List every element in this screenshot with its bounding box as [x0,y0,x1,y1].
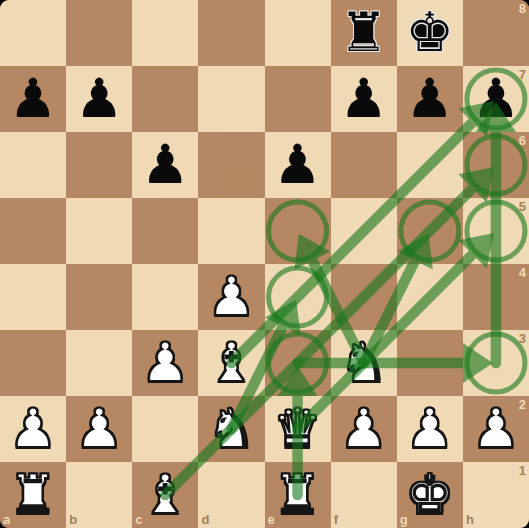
file-label-b: b [69,512,77,527]
white-pawn[interactable]: ♟ [66,396,132,462]
black-pawn[interactable]: ♟ [397,66,463,132]
square-d3[interactable]: ♝ [198,330,264,396]
white-bishop[interactable]: ♝ [132,462,198,528]
square-d2[interactable]: ♞ [198,396,264,462]
square-f4[interactable] [331,264,397,330]
square-g8[interactable]: ♚ [397,0,463,66]
white-pawn[interactable]: ♟ [0,396,66,462]
square-f8[interactable]: ♜ [331,0,397,66]
square-h3[interactable]: 3 [463,330,529,396]
square-g2[interactable]: ♟ [397,396,463,462]
square-a5[interactable] [0,198,66,264]
white-pawn[interactable]: ♟ [198,264,264,330]
square-c6[interactable]: ♟ [132,132,198,198]
square-e4[interactable] [265,264,331,330]
white-queen[interactable]: ♛ [265,396,331,462]
black-king[interactable]: ♚ [397,0,463,66]
square-b4[interactable] [66,264,132,330]
rank-label-3: 3 [519,331,526,346]
square-h7[interactable]: ♟7 [463,66,529,132]
square-d8[interactable] [198,0,264,66]
square-e8[interactable] [265,0,331,66]
black-rook[interactable]: ♜ [331,0,397,66]
square-a4[interactable] [0,264,66,330]
square-f6[interactable] [331,132,397,198]
white-rook[interactable]: ♜ [0,462,66,528]
square-g7[interactable]: ♟ [397,66,463,132]
white-king[interactable]: ♚ [397,462,463,528]
square-e3[interactable] [265,330,331,396]
square-c8[interactable] [132,0,198,66]
white-rook[interactable]: ♜ [265,462,331,528]
square-b1[interactable]: b [66,462,132,528]
square-f1[interactable]: f [331,462,397,528]
square-h4[interactable]: 4 [463,264,529,330]
square-b8[interactable] [66,0,132,66]
square-c2[interactable] [132,396,198,462]
white-pawn[interactable]: ♟ [132,330,198,396]
square-e1[interactable]: ♜e [265,462,331,528]
square-a8[interactable] [0,0,66,66]
black-pawn[interactable]: ♟ [331,66,397,132]
square-a7[interactable]: ♟ [0,66,66,132]
square-a1[interactable]: ♜a [0,462,66,528]
black-pawn[interactable]: ♟ [132,132,198,198]
rank-label-4: 4 [519,265,526,280]
square-e7[interactable] [265,66,331,132]
square-f5[interactable] [331,198,397,264]
black-pawn[interactable]: ♟ [66,66,132,132]
board-squares: ♜♚8♟♟♟♟♟7♟♟65♟4♟♝♞3♟♟♞♛♟♟♟2♜ab♝cd♜ef♚g1h [0,0,529,528]
square-d1[interactable]: d [198,462,264,528]
square-g6[interactable] [397,132,463,198]
square-a6[interactable] [0,132,66,198]
square-c3[interactable]: ♟ [132,330,198,396]
rank-label-8: 8 [519,1,526,16]
chess-board: ♜♚8♟♟♟♟♟7♟♟65♟4♟♝♞3♟♟♞♛♟♟♟2♜ab♝cd♜ef♚g1h [0,0,529,528]
square-f2[interactable]: ♟ [331,396,397,462]
white-pawn[interactable]: ♟ [397,396,463,462]
square-e2[interactable]: ♛ [265,396,331,462]
black-pawn[interactable]: ♟ [463,66,529,132]
square-b5[interactable] [66,198,132,264]
square-h1[interactable]: 1h [463,462,529,528]
white-bishop[interactable]: ♝ [198,330,264,396]
square-c7[interactable] [132,66,198,132]
square-f7[interactable]: ♟ [331,66,397,132]
square-h8[interactable]: 8 [463,0,529,66]
square-d5[interactable] [198,198,264,264]
square-b7[interactable]: ♟ [66,66,132,132]
square-a3[interactable] [0,330,66,396]
white-knight[interactable]: ♞ [198,396,264,462]
square-b3[interactable] [66,330,132,396]
black-pawn[interactable]: ♟ [0,66,66,132]
file-label-f: f [334,512,338,527]
square-f3[interactable]: ♞ [331,330,397,396]
square-d6[interactable] [198,132,264,198]
square-d7[interactable] [198,66,264,132]
square-d4[interactable]: ♟ [198,264,264,330]
square-g5[interactable] [397,198,463,264]
square-b6[interactable] [66,132,132,198]
square-c4[interactable] [132,264,198,330]
square-h2[interactable]: ♟2 [463,396,529,462]
rank-label-6: 6 [519,133,526,148]
black-pawn[interactable]: ♟ [265,132,331,198]
file-label-d: d [201,512,209,527]
square-g1[interactable]: ♚g [397,462,463,528]
square-b2[interactable]: ♟ [66,396,132,462]
square-c1[interactable]: ♝c [132,462,198,528]
square-g3[interactable] [397,330,463,396]
square-c5[interactable] [132,198,198,264]
white-knight[interactable]: ♞ [331,330,397,396]
square-e6[interactable]: ♟ [265,132,331,198]
rank-label-5: 5 [519,199,526,214]
square-e5[interactable] [265,198,331,264]
square-a2[interactable]: ♟ [0,396,66,462]
rank-label-1: 1 [519,463,526,478]
file-label-h: h [466,512,474,527]
white-pawn[interactable]: ♟ [331,396,397,462]
square-h5[interactable]: 5 [463,198,529,264]
white-pawn[interactable]: ♟ [463,396,529,462]
square-h6[interactable]: 6 [463,132,529,198]
square-g4[interactable] [397,264,463,330]
